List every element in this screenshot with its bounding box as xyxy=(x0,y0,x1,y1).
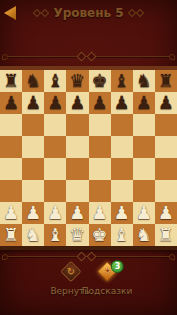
black-pawn: ♟ xyxy=(91,94,107,112)
divider-top xyxy=(0,52,177,62)
hints-label: Подсказки xyxy=(82,286,132,296)
square-b2[interactable]: ♟ xyxy=(22,202,44,224)
square-c7[interactable]: ♟ xyxy=(44,92,66,114)
title-row: Уровень 5 xyxy=(0,6,177,20)
black-pawn: ♟ xyxy=(47,94,63,112)
square-b1[interactable]: ♞ xyxy=(22,224,44,246)
white-bishop: ♝ xyxy=(114,226,130,244)
square-f6[interactable] xyxy=(111,114,133,136)
black-knight: ♞ xyxy=(25,72,41,90)
square-e3[interactable] xyxy=(89,180,111,202)
divider-curl-left-icon xyxy=(2,254,8,260)
black-pawn: ♟ xyxy=(158,94,174,112)
square-c5[interactable] xyxy=(44,136,66,158)
square-e2[interactable]: ♟ xyxy=(89,202,111,224)
white-king: ♚ xyxy=(91,226,107,244)
white-pawn: ♟ xyxy=(3,204,19,222)
square-c3[interactable] xyxy=(44,180,66,202)
level-title: Уровень 5 xyxy=(53,6,123,20)
square-c8[interactable]: ♝ xyxy=(44,70,66,92)
square-a6[interactable] xyxy=(0,114,22,136)
white-rook: ♜ xyxy=(158,226,174,244)
flourish-right-icon xyxy=(129,10,143,16)
square-a3[interactable] xyxy=(0,180,22,202)
square-a7[interactable]: ♟ xyxy=(0,92,22,114)
black-pawn: ♟ xyxy=(136,94,152,112)
black-bishop: ♝ xyxy=(47,72,63,90)
square-h2[interactable]: ♟ xyxy=(155,202,177,224)
square-g4[interactable] xyxy=(133,158,155,180)
black-pawn: ♟ xyxy=(25,94,41,112)
white-knight: ♞ xyxy=(25,226,41,244)
square-b6[interactable] xyxy=(22,114,44,136)
black-rook: ♜ xyxy=(158,72,174,90)
square-f7[interactable]: ♟ xyxy=(111,92,133,114)
square-g5[interactable] xyxy=(133,136,155,158)
square-a2[interactable]: ♟ xyxy=(0,202,22,224)
square-b5[interactable] xyxy=(22,136,44,158)
white-queen: ♛ xyxy=(69,226,85,244)
square-f3[interactable] xyxy=(111,180,133,202)
divider-curl-left-icon xyxy=(2,54,8,60)
square-f8[interactable]: ♝ xyxy=(111,70,133,92)
black-knight: ♞ xyxy=(136,72,152,90)
square-e5[interactable] xyxy=(89,136,111,158)
square-d4[interactable] xyxy=(66,158,88,180)
white-pawn: ♟ xyxy=(25,204,41,222)
square-c1[interactable]: ♝ xyxy=(44,224,66,246)
square-d3[interactable] xyxy=(66,180,88,202)
divider-diamond-icon xyxy=(87,52,97,62)
square-a5[interactable] xyxy=(0,136,22,158)
board-frame: ♜♞♝♛♚♝♞♜♟♟♟♟♟♟♟♟♟♟♟♟♟♟♟♟♜♞♝♛♚♝♞♜ xyxy=(0,66,177,250)
square-e6[interactable] xyxy=(89,114,111,136)
white-knight: ♞ xyxy=(136,226,152,244)
white-rook: ♜ xyxy=(3,226,19,244)
square-c4[interactable] xyxy=(44,158,66,180)
square-g2[interactable]: ♟ xyxy=(133,202,155,224)
flourish-left-icon xyxy=(34,10,48,16)
chess-board: ♜♞♝♛♚♝♞♜♟♟♟♟♟♟♟♟♟♟♟♟♟♟♟♟♜♞♝♛♚♝♞♜ xyxy=(0,70,177,246)
divider-curl-right-icon xyxy=(169,54,175,60)
divider-diamond-icon xyxy=(87,252,97,262)
square-b4[interactable] xyxy=(22,158,44,180)
square-d1[interactable]: ♛ xyxy=(66,224,88,246)
black-pawn: ♟ xyxy=(69,94,85,112)
black-pawn: ♟ xyxy=(3,94,19,112)
square-h5[interactable] xyxy=(155,136,177,158)
square-d2[interactable]: ♟ xyxy=(66,202,88,224)
square-b8[interactable]: ♞ xyxy=(22,70,44,92)
square-h3[interactable] xyxy=(155,180,177,202)
white-pawn: ♟ xyxy=(114,204,130,222)
square-d8[interactable]: ♛ xyxy=(66,70,88,92)
divider-diamond-icon xyxy=(77,252,87,262)
square-d5[interactable] xyxy=(66,136,88,158)
white-bishop: ♝ xyxy=(47,226,63,244)
hints-count-badge: 3 xyxy=(111,260,124,273)
square-b7[interactable]: ♟ xyxy=(22,92,44,114)
square-g8[interactable]: ♞ xyxy=(133,70,155,92)
hints-button[interactable]: ☀ 3 Подсказки xyxy=(82,262,132,296)
square-g7[interactable]: ♟ xyxy=(133,92,155,114)
white-pawn: ♟ xyxy=(136,204,152,222)
square-a4[interactable] xyxy=(0,158,22,180)
square-e8[interactable]: ♚ xyxy=(89,70,111,92)
square-b3[interactable] xyxy=(22,180,44,202)
black-pawn: ♟ xyxy=(114,94,130,112)
undo-icon: ↻ xyxy=(59,262,81,282)
black-bishop: ♝ xyxy=(114,72,130,90)
square-h7[interactable]: ♟ xyxy=(155,92,177,114)
square-g1[interactable]: ♞ xyxy=(133,224,155,246)
square-f1[interactable]: ♝ xyxy=(111,224,133,246)
chess-app-screen: Уровень 5 ♜♞♝♛♚♝♞♜♟♟♟♟♟♟♟♟♟♟♟♟♟♟♟♟♜♞♝♛♚♝… xyxy=(0,0,177,315)
header: Уровень 5 xyxy=(0,0,177,28)
square-g3[interactable] xyxy=(133,180,155,202)
white-pawn: ♟ xyxy=(158,204,174,222)
square-f2[interactable]: ♟ xyxy=(111,202,133,224)
square-d7[interactable]: ♟ xyxy=(66,92,88,114)
square-f5[interactable] xyxy=(111,136,133,158)
white-pawn: ♟ xyxy=(69,204,85,222)
square-e4[interactable] xyxy=(89,158,111,180)
square-d6[interactable] xyxy=(66,114,88,136)
square-h6[interactable] xyxy=(155,114,177,136)
white-pawn: ♟ xyxy=(91,204,107,222)
divider-curl-right-icon xyxy=(169,254,175,260)
square-e1[interactable]: ♚ xyxy=(89,224,111,246)
square-f4[interactable] xyxy=(111,158,133,180)
square-a1[interactable]: ♜ xyxy=(0,224,22,246)
white-pawn: ♟ xyxy=(47,204,63,222)
black-rook: ♜ xyxy=(3,72,19,90)
hint-icon: ☀ 3 xyxy=(96,262,118,282)
square-c2[interactable]: ♟ xyxy=(44,202,66,224)
square-c6[interactable] xyxy=(44,114,66,136)
black-king: ♚ xyxy=(91,72,107,90)
square-h8[interactable]: ♜ xyxy=(155,70,177,92)
square-h1[interactable]: ♜ xyxy=(155,224,177,246)
square-h4[interactable] xyxy=(155,158,177,180)
square-a8[interactable]: ♜ xyxy=(0,70,22,92)
divider-diamond-icon xyxy=(77,52,87,62)
square-e7[interactable]: ♟ xyxy=(89,92,111,114)
black-queen: ♛ xyxy=(69,72,85,90)
divider-bottom xyxy=(0,252,177,262)
square-g6[interactable] xyxy=(133,114,155,136)
